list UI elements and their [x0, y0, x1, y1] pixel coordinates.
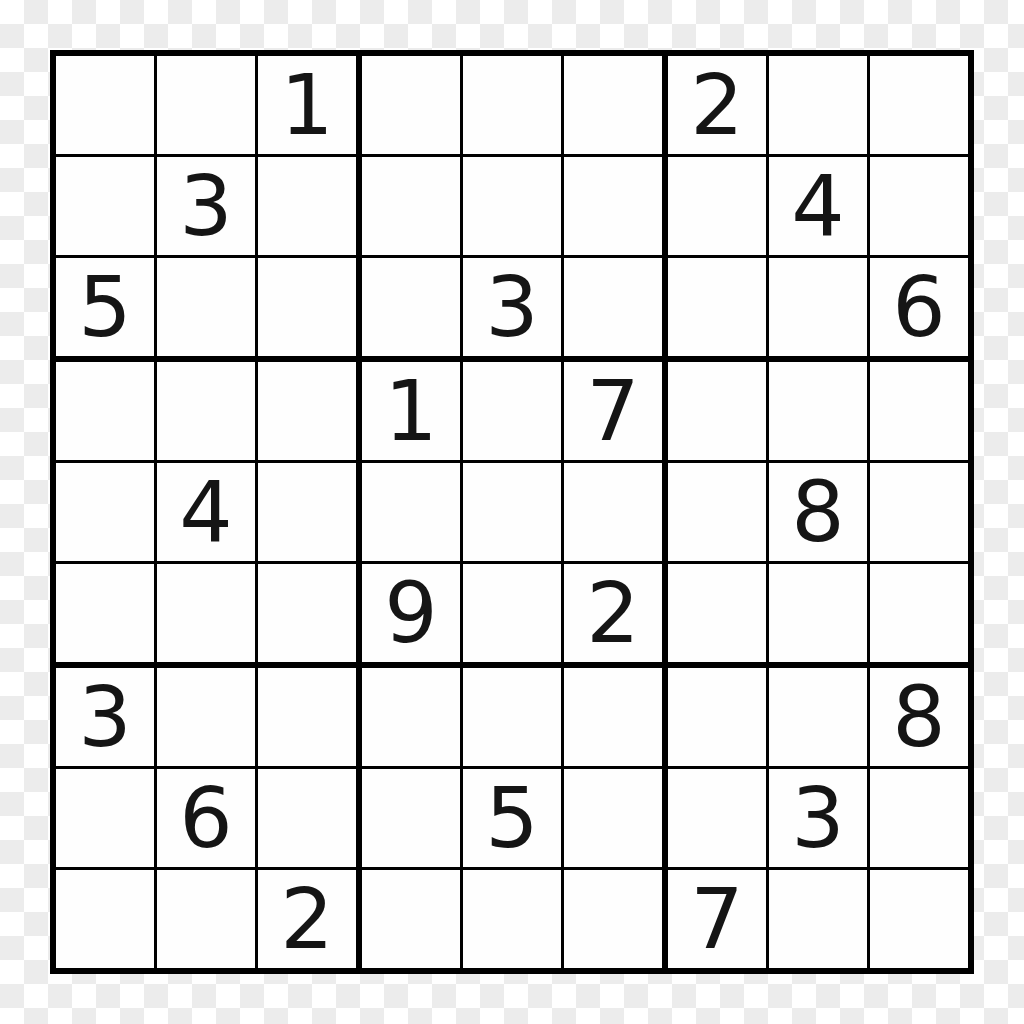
- sudoku-box-2-0: 362: [56, 668, 356, 968]
- cell-r8c9[interactable]: [870, 769, 968, 867]
- cell-r5c1[interactable]: [56, 463, 154, 561]
- cell-r7c7[interactable]: [668, 668, 766, 766]
- cell-r2c6[interactable]: [564, 157, 662, 255]
- cell-r3c3[interactable]: [258, 258, 356, 356]
- cell-r4c9[interactable]: [870, 362, 968, 460]
- cell-r3c7[interactable]: [668, 258, 766, 356]
- sudoku-box-1-2: 8: [668, 362, 968, 662]
- cell-r1c7: 2: [668, 56, 766, 154]
- cell-r6c5[interactable]: [463, 564, 561, 662]
- cell-r6c2[interactable]: [157, 564, 255, 662]
- cell-r7c8[interactable]: [769, 668, 867, 766]
- cell-r4c7[interactable]: [668, 362, 766, 460]
- sudoku-box-2-1: 5: [362, 668, 662, 968]
- cell-r6c1[interactable]: [56, 564, 154, 662]
- cell-r4c6: 7: [564, 362, 662, 460]
- cell-r6c4: 9: [362, 564, 460, 662]
- cell-r3c1: 5: [56, 258, 154, 356]
- cell-r7c1: 3: [56, 668, 154, 766]
- cell-r5c6[interactable]: [564, 463, 662, 561]
- cell-r9c8[interactable]: [769, 870, 867, 968]
- cell-r6c7[interactable]: [668, 564, 766, 662]
- cell-r9c5[interactable]: [463, 870, 561, 968]
- cell-r7c6[interactable]: [564, 668, 662, 766]
- cell-r5c9[interactable]: [870, 463, 968, 561]
- sudoku-box-0-2: 246: [668, 56, 968, 356]
- cell-r5c7[interactable]: [668, 463, 766, 561]
- cell-r3c6[interactable]: [564, 258, 662, 356]
- cell-r2c9[interactable]: [870, 157, 968, 255]
- cell-r1c4[interactable]: [362, 56, 460, 154]
- sudoku-box-2-2: 837: [668, 668, 968, 968]
- cell-r7c9: 8: [870, 668, 968, 766]
- cell-r5c3[interactable]: [258, 463, 356, 561]
- cell-r4c1[interactable]: [56, 362, 154, 460]
- cell-r1c2[interactable]: [157, 56, 255, 154]
- cell-r8c1[interactable]: [56, 769, 154, 867]
- cell-r8c7[interactable]: [668, 769, 766, 867]
- cell-r2c4[interactable]: [362, 157, 460, 255]
- cell-r1c3: 1: [258, 56, 356, 154]
- cell-r1c8[interactable]: [769, 56, 867, 154]
- cell-r2c5[interactable]: [463, 157, 561, 255]
- cell-r6c6: 2: [564, 564, 662, 662]
- cell-r3c5: 3: [463, 258, 561, 356]
- sudoku-box-1-1: 1792: [362, 362, 662, 662]
- cell-r4c8[interactable]: [769, 362, 867, 460]
- cell-r5c5[interactable]: [463, 463, 561, 561]
- cell-r4c2[interactable]: [157, 362, 255, 460]
- cell-r9c4[interactable]: [362, 870, 460, 968]
- sudoku-box-0-1: 3: [362, 56, 662, 356]
- cell-r3c8[interactable]: [769, 258, 867, 356]
- cell-r8c8: 3: [769, 769, 867, 867]
- cell-r7c2[interactable]: [157, 668, 255, 766]
- cell-r9c2[interactable]: [157, 870, 255, 968]
- cell-r2c7[interactable]: [668, 157, 766, 255]
- cell-r4c5[interactable]: [463, 362, 561, 460]
- cell-r9c1[interactable]: [56, 870, 154, 968]
- cell-r6c3[interactable]: [258, 564, 356, 662]
- cell-r4c4: 1: [362, 362, 460, 460]
- cell-r1c5[interactable]: [463, 56, 561, 154]
- cell-r1c1[interactable]: [56, 56, 154, 154]
- cell-r6c9[interactable]: [870, 564, 968, 662]
- cell-r3c2[interactable]: [157, 258, 255, 356]
- cell-r4c3[interactable]: [258, 362, 356, 460]
- cell-r1c6[interactable]: [564, 56, 662, 154]
- cell-r3c4[interactable]: [362, 258, 460, 356]
- cell-r7c3[interactable]: [258, 668, 356, 766]
- cell-r9c7: 7: [668, 870, 766, 968]
- cell-r2c3[interactable]: [258, 157, 356, 255]
- cell-r2c8: 4: [769, 157, 867, 255]
- cell-r8c3[interactable]: [258, 769, 356, 867]
- cell-r5c8: 8: [769, 463, 867, 561]
- sudoku-box-1-0: 4: [56, 362, 356, 662]
- cell-r9c6[interactable]: [564, 870, 662, 968]
- cell-r5c4[interactable]: [362, 463, 460, 561]
- cell-r3c9: 6: [870, 258, 968, 356]
- cell-r1c9[interactable]: [870, 56, 968, 154]
- cell-r7c5[interactable]: [463, 668, 561, 766]
- cell-r9c3: 2: [258, 870, 356, 968]
- sudoku-box-0-0: 135: [56, 56, 356, 356]
- cell-r8c6[interactable]: [564, 769, 662, 867]
- cell-r8c2: 6: [157, 769, 255, 867]
- cell-r8c4[interactable]: [362, 769, 460, 867]
- cell-r7c4[interactable]: [362, 668, 460, 766]
- cell-r8c5: 5: [463, 769, 561, 867]
- cell-r6c8[interactable]: [769, 564, 867, 662]
- sudoku-board: 13532464179283625837: [50, 50, 974, 974]
- cell-r5c2: 4: [157, 463, 255, 561]
- cell-r9c9[interactable]: [870, 870, 968, 968]
- cell-r2c2: 3: [157, 157, 255, 255]
- cell-r2c1[interactable]: [56, 157, 154, 255]
